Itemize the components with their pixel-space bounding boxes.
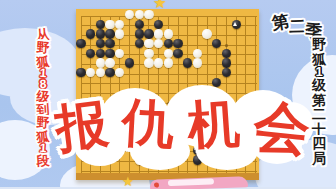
black-stone: [222, 68, 231, 77]
white-stone: [154, 58, 163, 67]
caption-char: 局: [307, 151, 331, 166]
caption-char: 第: [270, 10, 290, 35]
grid-line: [81, 83, 257, 84]
grid-line: [81, 16, 257, 17]
white-stone: [125, 10, 134, 19]
white-stone: [144, 49, 153, 58]
black-stone: [105, 29, 114, 38]
left-vertical-caption: 从野狐18级到野狐1段: [29, 28, 57, 167]
black-stone: [96, 29, 105, 38]
black-stone: [135, 29, 144, 38]
black-stone: [154, 20, 163, 29]
caption-char: 十: [307, 122, 331, 137]
black-stone: [135, 20, 144, 29]
caption-char: 报: [52, 89, 112, 165]
caption-char: 机: [185, 88, 242, 161]
black-stone: [183, 58, 192, 67]
black-stone: [135, 39, 144, 48]
white-stone: [96, 68, 105, 77]
black-stone: [96, 39, 105, 48]
caption-char: 四: [307, 136, 331, 151]
black-stone: [105, 68, 114, 77]
right-vertical-caption: 野狐1级第二十四局: [307, 37, 331, 165]
white-stone: [164, 49, 173, 58]
black-stone: [105, 49, 114, 58]
white-stone: [144, 39, 153, 48]
hoshi-point: [225, 44, 228, 47]
grid-line: [81, 171, 257, 172]
black-stone: [86, 29, 95, 38]
season-label: 第二季: [272, 11, 323, 34]
star-icon: ★: [122, 174, 134, 189]
black-stone: [125, 58, 134, 67]
white-stone: [105, 20, 114, 29]
white-stone: [115, 29, 124, 38]
caption-char: 级: [307, 78, 331, 93]
caption-char: 第: [307, 93, 331, 108]
white-stone: [96, 58, 105, 67]
video-thumbnail: ★ ★ 从野狐18级到野狐1段 报仇机会 第二季 野狐1级第二十四局: [0, 0, 336, 189]
black-stone: [76, 39, 85, 48]
black-stone: [76, 68, 85, 77]
black-stone: [144, 29, 153, 38]
black-stone: [96, 20, 105, 29]
white-stone: [144, 58, 153, 67]
caption-char: 二: [307, 107, 331, 122]
black-stone: [222, 49, 231, 58]
caption-char: 野: [307, 37, 331, 52]
last-move-triangle-marker: [233, 22, 237, 26]
main-title: 报仇机会: [56, 95, 310, 159]
black-stone: [173, 49, 182, 58]
black-stone: [164, 39, 173, 48]
white-stone: [115, 20, 124, 29]
white-stone: [115, 49, 124, 58]
caption-char: 段: [29, 153, 58, 168]
caption-char: 仇: [120, 88, 176, 161]
pink-cloud-decoration: [150, 176, 248, 189]
black-stone: [96, 49, 105, 58]
caption-char: 会: [250, 88, 314, 169]
black-stone: [212, 39, 221, 48]
white-stone: [105, 58, 114, 67]
red-dot-decoration: [154, 182, 159, 187]
white-stone: [193, 58, 202, 67]
white-stone: [135, 10, 144, 19]
black-stone: [173, 39, 182, 48]
white-stone: [144, 10, 153, 19]
white-stone: [154, 39, 163, 48]
white-stone: [86, 68, 95, 77]
black-stone: [105, 39, 114, 48]
black-stone: [86, 49, 95, 58]
pink-cloud-highlight: [168, 178, 214, 186]
white-stone: [164, 58, 173, 67]
white-stone: [202, 29, 211, 38]
white-stone: [193, 49, 202, 58]
white-stone: [115, 68, 124, 77]
white-stone: [164, 29, 173, 38]
black-stone: [222, 58, 231, 67]
white-stone: [154, 29, 163, 38]
